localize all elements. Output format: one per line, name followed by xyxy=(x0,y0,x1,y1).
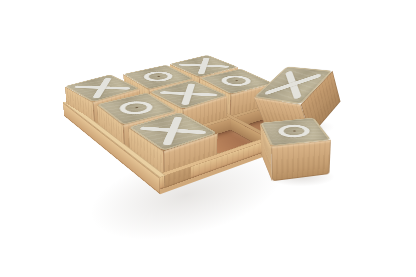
loose-cube-o xyxy=(261,149,329,181)
o-symbol xyxy=(276,124,314,139)
product-photo xyxy=(0,0,416,277)
o-symbol xyxy=(216,74,257,88)
o-symbol xyxy=(114,99,158,117)
o-symbol xyxy=(139,70,178,84)
cube-front-face xyxy=(271,140,331,181)
loose-cube-o-plane xyxy=(261,149,329,181)
loose-cube-o-area xyxy=(266,136,322,192)
